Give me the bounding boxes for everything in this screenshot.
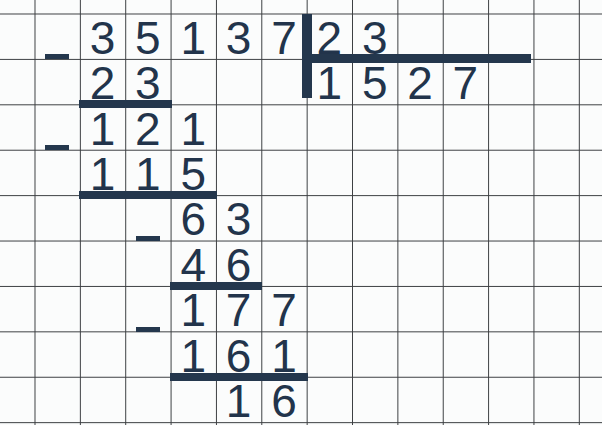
digit-cell: 5 <box>352 61 397 106</box>
minus-sign-3 <box>136 236 160 241</box>
digit-cell: 1 <box>80 106 125 151</box>
digit-cell: 5 <box>125 16 170 61</box>
digit-cell: 3 <box>216 197 261 242</box>
minus-sign-1 <box>45 54 69 59</box>
subtraction-underline-3 <box>170 282 263 290</box>
division-bracket-horizontal <box>302 54 532 63</box>
digit-cell: 1 <box>307 61 352 106</box>
digit-cell: 3 <box>216 16 261 61</box>
digit-cell: 7 <box>261 16 306 61</box>
digit-cell: 2 <box>397 61 442 106</box>
digit-cell: 3 <box>80 16 125 61</box>
subtraction-underline-4 <box>170 373 308 381</box>
digit-cell: 1 <box>216 379 261 424</box>
digit-cell: 6 <box>261 379 306 424</box>
long-division-worksheet: 3513723231527121115634617716116 <box>0 0 602 425</box>
minus-sign-2 <box>45 145 69 150</box>
subtraction-underline-1 <box>79 100 172 108</box>
digit-cell: 6 <box>171 197 216 242</box>
digit-cell: 2 <box>125 106 170 151</box>
digit-cell: 1 <box>171 16 216 61</box>
digit-cell: 7 <box>261 288 306 333</box>
digit-cell: 7 <box>216 288 261 333</box>
subtraction-underline-2 <box>79 191 217 199</box>
digit-cell: 7 <box>443 61 488 106</box>
digit-cell: 1 <box>171 106 216 151</box>
digit-cell: 1 <box>171 288 216 333</box>
minus-sign-4 <box>136 327 160 332</box>
